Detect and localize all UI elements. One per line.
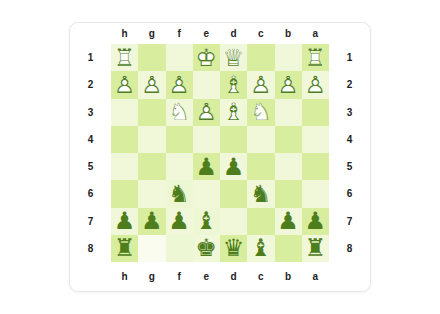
square-e7[interactable]: ♝ bbox=[193, 208, 220, 235]
white-knight-c3[interactable]: ♞♘ bbox=[247, 99, 274, 126]
rank-label-5: 5 bbox=[70, 153, 111, 180]
white-knight-f3[interactable]: ♞♘ bbox=[166, 99, 193, 126]
square-b7[interactable]: ♟ bbox=[275, 208, 302, 235]
white-bishop-d2[interactable]: ♝♗ bbox=[220, 71, 247, 98]
square-e5[interactable]: ♟ bbox=[193, 153, 220, 180]
piece-outline: ♖ bbox=[111, 44, 138, 71]
square-e2[interactable] bbox=[193, 71, 220, 98]
black-rook-h8[interactable]: ♜ bbox=[111, 235, 138, 262]
piece-glyph: ♟ bbox=[138, 208, 165, 235]
rank-label-3: 3 bbox=[70, 99, 111, 126]
square-h5[interactable] bbox=[111, 153, 138, 180]
black-knight-c6[interactable]: ♞ bbox=[247, 180, 274, 207]
square-b4[interactable] bbox=[275, 126, 302, 153]
black-king-e8[interactable]: ♚ bbox=[193, 235, 220, 262]
square-d1[interactable]: ♛♕ bbox=[220, 44, 247, 71]
chess-board[interactable]: ♜♖♚♔♛♕♜♖♟♙♟♙♟♙♝♗♟♙♟♙♟♙♞♘♟♙♝♗♞♘♟♟♞♞♟♟♟♝♟♟… bbox=[111, 44, 329, 262]
square-g2[interactable]: ♟♙ bbox=[138, 71, 165, 98]
rank-label-4: 4 bbox=[329, 126, 370, 153]
file-label-d: d bbox=[220, 262, 247, 291]
square-g6[interactable] bbox=[138, 180, 165, 207]
rank-label-8: 8 bbox=[329, 235, 370, 262]
file-label-g: g bbox=[138, 262, 165, 291]
square-d7[interactable] bbox=[220, 208, 247, 235]
piece-outline: ♙ bbox=[166, 71, 193, 98]
square-b5[interactable] bbox=[275, 153, 302, 180]
square-b1[interactable] bbox=[275, 44, 302, 71]
white-king-e1[interactable]: ♚♔ bbox=[193, 44, 220, 71]
square-g3[interactable] bbox=[138, 99, 165, 126]
square-g1[interactable] bbox=[138, 44, 165, 71]
square-h6[interactable] bbox=[111, 180, 138, 207]
black-pawn-e5[interactable]: ♟ bbox=[193, 153, 220, 180]
piece-glyph: ♞ bbox=[247, 180, 274, 207]
square-a1[interactable]: ♜♖ bbox=[302, 44, 329, 71]
black-pawn-d5[interactable]: ♟ bbox=[220, 153, 247, 180]
rank-label-1: 1 bbox=[329, 44, 370, 71]
square-e1[interactable]: ♚♔ bbox=[193, 44, 220, 71]
square-h1[interactable]: ♜♖ bbox=[111, 44, 138, 71]
white-pawn-f2[interactable]: ♟♙ bbox=[166, 71, 193, 98]
file-label-d: d bbox=[220, 23, 247, 44]
square-f8[interactable] bbox=[166, 235, 193, 262]
black-pawn-a7[interactable]: ♟ bbox=[302, 208, 329, 235]
square-d5[interactable]: ♟ bbox=[220, 153, 247, 180]
square-c8[interactable]: ♝ bbox=[247, 235, 274, 262]
square-a5[interactable] bbox=[302, 153, 329, 180]
square-g5[interactable] bbox=[138, 153, 165, 180]
piece-glyph: ♟ bbox=[166, 208, 193, 235]
rank-label-6: 6 bbox=[329, 180, 370, 207]
white-bishop-d3[interactable]: ♝♗ bbox=[220, 99, 247, 126]
piece-outline: ♗ bbox=[220, 99, 247, 126]
file-label-c: c bbox=[247, 262, 274, 291]
square-d4[interactable] bbox=[220, 126, 247, 153]
piece-glyph: ♛ bbox=[220, 235, 247, 262]
black-rook-a8[interactable]: ♜ bbox=[302, 235, 329, 262]
square-c4[interactable] bbox=[247, 126, 274, 153]
square-a4[interactable] bbox=[302, 126, 329, 153]
rank-label-7: 7 bbox=[329, 208, 370, 235]
file-label-f: f bbox=[166, 23, 193, 44]
white-rook-h1[interactable]: ♜♖ bbox=[111, 44, 138, 71]
square-a2[interactable]: ♟♙ bbox=[302, 71, 329, 98]
rank-label-8: 8 bbox=[70, 235, 111, 262]
square-f7[interactable]: ♟ bbox=[166, 208, 193, 235]
white-pawn-e3[interactable]: ♟♙ bbox=[193, 99, 220, 126]
piece-glyph: ♟ bbox=[111, 208, 138, 235]
white-queen-d1[interactable]: ♛♕ bbox=[220, 44, 247, 71]
square-b3[interactable] bbox=[275, 99, 302, 126]
piece-glyph: ♜ bbox=[302, 235, 329, 262]
square-e6[interactable] bbox=[193, 180, 220, 207]
square-e4[interactable] bbox=[193, 126, 220, 153]
rank-label-4: 4 bbox=[70, 126, 111, 153]
square-h8[interactable]: ♜ bbox=[111, 235, 138, 262]
piece-outline: ♙ bbox=[193, 99, 220, 126]
file-labels-top: hgfedcba bbox=[111, 23, 329, 44]
white-pawn-b2[interactable]: ♟♙ bbox=[275, 71, 302, 98]
piece-outline: ♘ bbox=[166, 99, 193, 126]
rank-labels-right: 12345678 bbox=[329, 44, 370, 262]
file-label-h: h bbox=[111, 23, 138, 44]
square-h4[interactable] bbox=[111, 126, 138, 153]
file-label-a: a bbox=[302, 262, 329, 291]
square-c7[interactable] bbox=[247, 208, 274, 235]
piece-outline: ♕ bbox=[220, 44, 247, 71]
square-g4[interactable] bbox=[138, 126, 165, 153]
white-pawn-h2[interactable]: ♟♙ bbox=[111, 71, 138, 98]
piece-outline: ♙ bbox=[302, 71, 329, 98]
square-b2[interactable]: ♟♙ bbox=[275, 71, 302, 98]
square-f1[interactable] bbox=[166, 44, 193, 71]
square-g7[interactable]: ♟ bbox=[138, 208, 165, 235]
piece-glyph: ♜ bbox=[111, 235, 138, 262]
piece-outline: ♙ bbox=[138, 71, 165, 98]
white-pawn-c2[interactable]: ♟♙ bbox=[247, 71, 274, 98]
chess-board-card: hgfedcba 12345678 ♜♖♚♔♛♕♜♖♟♙♟♙♟♙♝♗♟♙♟♙♟♙… bbox=[69, 22, 371, 292]
square-f6[interactable]: ♞ bbox=[166, 180, 193, 207]
file-labels-bottom: hgfedcba bbox=[111, 262, 329, 291]
square-b6[interactable] bbox=[275, 180, 302, 207]
corner-bottom-left bbox=[70, 262, 111, 291]
file-label-f: f bbox=[166, 262, 193, 291]
rank-label-5: 5 bbox=[329, 153, 370, 180]
rank-label-1: 1 bbox=[70, 44, 111, 71]
rank-label-2: 2 bbox=[70, 71, 111, 98]
rank-label-7: 7 bbox=[70, 208, 111, 235]
piece-outline: ♖ bbox=[302, 44, 329, 71]
file-label-c: c bbox=[247, 23, 274, 44]
square-c3[interactable]: ♞♘ bbox=[247, 99, 274, 126]
file-label-h: h bbox=[111, 262, 138, 291]
black-bishop-c8[interactable]: ♝ bbox=[247, 235, 274, 262]
file-label-b: b bbox=[275, 23, 302, 44]
piece-glyph: ♞ bbox=[166, 180, 193, 207]
square-h3[interactable] bbox=[111, 99, 138, 126]
piece-glyph: ♟ bbox=[220, 153, 247, 180]
piece-outline: ♗ bbox=[220, 71, 247, 98]
square-f3[interactable]: ♞♘ bbox=[166, 99, 193, 126]
square-d6[interactable] bbox=[220, 180, 247, 207]
piece-outline: ♘ bbox=[247, 99, 274, 126]
square-f2[interactable]: ♟♙ bbox=[166, 71, 193, 98]
black-bishop-e7[interactable]: ♝ bbox=[193, 208, 220, 235]
white-pawn-g2[interactable]: ♟♙ bbox=[138, 71, 165, 98]
rank-label-6: 6 bbox=[70, 180, 111, 207]
square-c1[interactable] bbox=[247, 44, 274, 71]
file-label-a: a bbox=[302, 23, 329, 44]
piece-glyph: ♝ bbox=[247, 235, 274, 262]
square-h7[interactable]: ♟ bbox=[111, 208, 138, 235]
square-c5[interactable] bbox=[247, 153, 274, 180]
square-a8[interactable]: ♜ bbox=[302, 235, 329, 262]
square-g8[interactable] bbox=[138, 235, 165, 262]
black-queen-d8[interactable]: ♛ bbox=[220, 235, 247, 262]
square-e3[interactable]: ♟♙ bbox=[193, 99, 220, 126]
square-e8[interactable]: ♚ bbox=[193, 235, 220, 262]
rank-labels-left: 12345678 bbox=[70, 44, 111, 262]
square-h2[interactable]: ♟♙ bbox=[111, 71, 138, 98]
last-move-highlight-f8 bbox=[166, 235, 193, 262]
file-label-e: e bbox=[193, 23, 220, 44]
piece-glyph: ♟ bbox=[275, 208, 302, 235]
square-d2[interactable]: ♝♗ bbox=[220, 71, 247, 98]
corner-top-right bbox=[329, 23, 370, 44]
last-move-highlight-g8 bbox=[138, 235, 165, 262]
black-pawn-f7[interactable]: ♟ bbox=[166, 208, 193, 235]
square-d3[interactable]: ♝♗ bbox=[220, 99, 247, 126]
square-c6[interactable]: ♞ bbox=[247, 180, 274, 207]
square-d8[interactable]: ♛ bbox=[220, 235, 247, 262]
black-pawn-h7[interactable]: ♟ bbox=[111, 208, 138, 235]
square-f5[interactable] bbox=[166, 153, 193, 180]
corner-top-left bbox=[70, 23, 111, 44]
square-c2[interactable]: ♟♙ bbox=[247, 71, 274, 98]
piece-glyph: ♟ bbox=[302, 208, 329, 235]
file-label-e: e bbox=[193, 262, 220, 291]
rank-label-3: 3 bbox=[329, 99, 370, 126]
square-f4[interactable] bbox=[166, 126, 193, 153]
square-a6[interactable] bbox=[302, 180, 329, 207]
file-label-g: g bbox=[138, 23, 165, 44]
rank-label-2: 2 bbox=[329, 71, 370, 98]
piece-outline: ♔ bbox=[193, 44, 220, 71]
white-rook-a1[interactable]: ♜♖ bbox=[302, 44, 329, 71]
file-label-b: b bbox=[275, 262, 302, 291]
white-pawn-a2[interactable]: ♟♙ bbox=[302, 71, 329, 98]
black-knight-f6[interactable]: ♞ bbox=[166, 180, 193, 207]
piece-glyph: ♚ bbox=[193, 235, 220, 262]
square-a3[interactable] bbox=[302, 99, 329, 126]
black-pawn-g7[interactable]: ♟ bbox=[138, 208, 165, 235]
piece-glyph: ♝ bbox=[193, 208, 220, 235]
piece-outline: ♙ bbox=[275, 71, 302, 98]
square-b8[interactable] bbox=[275, 235, 302, 262]
piece-glyph: ♟ bbox=[193, 153, 220, 180]
corner-bottom-right bbox=[329, 262, 370, 291]
piece-outline: ♙ bbox=[247, 71, 274, 98]
piece-outline: ♙ bbox=[111, 71, 138, 98]
black-pawn-b7[interactable]: ♟ bbox=[275, 208, 302, 235]
square-a7[interactable]: ♟ bbox=[302, 208, 329, 235]
